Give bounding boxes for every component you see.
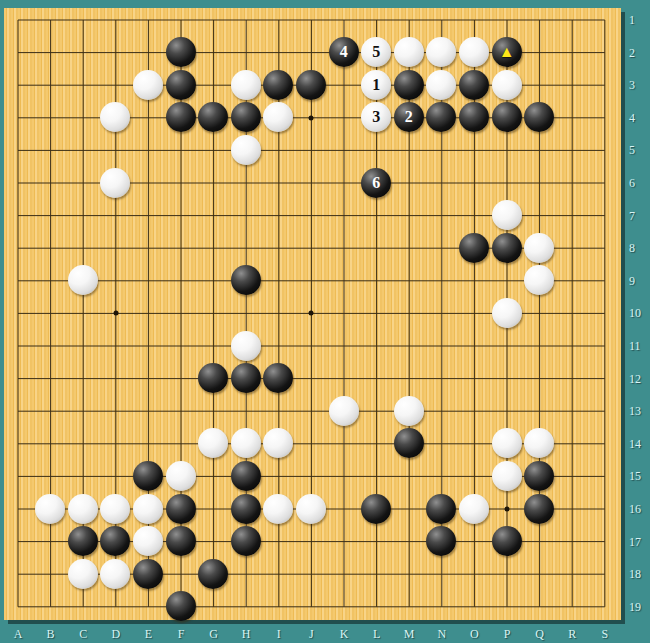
board-cell[interactable] — [523, 167, 556, 200]
board-cell[interactable] — [491, 232, 524, 265]
board-cell[interactable] — [262, 4, 295, 37]
board-cell[interactable] — [165, 330, 198, 363]
board-cell[interactable] — [588, 330, 621, 363]
board-cell[interactable] — [132, 297, 165, 330]
board-cell[interactable] — [2, 330, 35, 363]
board-cell[interactable] — [491, 69, 524, 102]
board-cell[interactable] — [523, 460, 556, 493]
board-cell[interactable] — [556, 558, 589, 591]
board-cell[interactable] — [165, 395, 198, 428]
board-cell[interactable]: 1 — [360, 69, 393, 102]
board-cell[interactable] — [295, 460, 328, 493]
board-cell[interactable] — [67, 297, 100, 330]
board-cell[interactable] — [588, 4, 621, 37]
board-cell[interactable] — [425, 362, 458, 395]
board-cell[interactable] — [588, 493, 621, 526]
board-cell[interactable] — [360, 4, 393, 37]
board-cell[interactable] — [360, 330, 393, 363]
board-cell[interactable] — [328, 395, 361, 428]
board-cell[interactable] — [230, 590, 263, 623]
board-cell[interactable] — [393, 330, 426, 363]
board-cell[interactable] — [165, 427, 198, 460]
board-cell[interactable] — [262, 460, 295, 493]
board-cell[interactable] — [99, 167, 132, 200]
board-cell[interactable] — [523, 427, 556, 460]
board-cell[interactable] — [491, 460, 524, 493]
board-cell[interactable] — [197, 134, 230, 167]
board-cell[interactable] — [523, 134, 556, 167]
board-cell[interactable] — [295, 36, 328, 69]
board-cell[interactable] — [295, 69, 328, 102]
board-cell[interactable] — [393, 558, 426, 591]
board-cell[interactable] — [165, 101, 198, 134]
board-cell[interactable] — [328, 101, 361, 134]
board-cell[interactable] — [556, 101, 589, 134]
board-cell[interactable] — [67, 167, 100, 200]
board-cell[interactable] — [523, 101, 556, 134]
board-cell[interactable] — [328, 493, 361, 526]
board-cell[interactable] — [2, 199, 35, 232]
board-cell[interactable] — [197, 493, 230, 526]
board-cell[interactable] — [132, 36, 165, 69]
board-cell[interactable] — [262, 199, 295, 232]
board-cell[interactable] — [523, 232, 556, 265]
board-cell[interactable] — [197, 558, 230, 591]
board-cell[interactable] — [165, 362, 198, 395]
board-cell[interactable] — [458, 362, 491, 395]
board-cell[interactable] — [262, 101, 295, 134]
board-cell[interactable] — [132, 330, 165, 363]
board-cell[interactable] — [491, 134, 524, 167]
board-cell[interactable] — [262, 69, 295, 102]
board-cell[interactable] — [360, 427, 393, 460]
board-cell[interactable] — [556, 232, 589, 265]
board-cell[interactable] — [34, 525, 67, 558]
board-cell[interactable] — [458, 590, 491, 623]
board-cell[interactable] — [425, 36, 458, 69]
board-cell[interactable] — [295, 167, 328, 200]
board-cell[interactable] — [360, 395, 393, 428]
board-cell[interactable] — [132, 134, 165, 167]
board-cell[interactable] — [425, 4, 458, 37]
board-cell[interactable] — [34, 199, 67, 232]
board-cell[interactable] — [556, 590, 589, 623]
board-cell[interactable] — [393, 167, 426, 200]
board-cell[interactable] — [556, 297, 589, 330]
board-cell[interactable] — [230, 232, 263, 265]
board-cell[interactable] — [230, 101, 263, 134]
board-cell[interactable] — [165, 134, 198, 167]
board-cell[interactable] — [328, 167, 361, 200]
board-cell[interactable] — [295, 134, 328, 167]
board-cell[interactable] — [491, 590, 524, 623]
board-cell[interactable] — [34, 330, 67, 363]
board-cell[interactable] — [458, 525, 491, 558]
board-cell[interactable] — [360, 264, 393, 297]
board-cell[interactable] — [491, 558, 524, 591]
board-cell[interactable] — [197, 297, 230, 330]
board-cell[interactable] — [165, 264, 198, 297]
board-cell[interactable] — [34, 297, 67, 330]
board-cell[interactable] — [458, 330, 491, 363]
board-cell[interactable] — [295, 4, 328, 37]
board-cell[interactable] — [360, 493, 393, 526]
board-cell[interactable] — [328, 232, 361, 265]
board-cell[interactable] — [165, 232, 198, 265]
board-cell[interactable] — [360, 590, 393, 623]
board-cell[interactable] — [295, 525, 328, 558]
board-cell[interactable] — [67, 199, 100, 232]
board-cell[interactable] — [523, 264, 556, 297]
board-cell[interactable] — [34, 134, 67, 167]
board-cell[interactable]: 3 — [360, 101, 393, 134]
board-cell[interactable] — [34, 460, 67, 493]
board-cell[interactable] — [67, 101, 100, 134]
board-cell[interactable] — [425, 167, 458, 200]
board-cell[interactable] — [34, 558, 67, 591]
board-cell[interactable] — [556, 36, 589, 69]
board-cell[interactable] — [67, 362, 100, 395]
board-cell[interactable] — [491, 297, 524, 330]
board-cell[interactable] — [393, 36, 426, 69]
board-cell[interactable] — [230, 69, 263, 102]
board-cell[interactable] — [523, 4, 556, 37]
board-cell[interactable] — [262, 264, 295, 297]
board-cell[interactable] — [491, 264, 524, 297]
board-cell[interactable] — [458, 395, 491, 428]
board-cell[interactable] — [165, 525, 198, 558]
board-cell[interactable] — [262, 525, 295, 558]
board-cell[interactable] — [588, 264, 621, 297]
board-cell[interactable] — [556, 264, 589, 297]
board-cell[interactable] — [588, 395, 621, 428]
board-cell[interactable] — [34, 264, 67, 297]
board-cell[interactable] — [2, 264, 35, 297]
board-cell[interactable] — [230, 395, 263, 428]
board-cell[interactable] — [425, 297, 458, 330]
board-cell[interactable] — [425, 101, 458, 134]
board-cell[interactable] — [99, 36, 132, 69]
board-cell[interactable] — [262, 36, 295, 69]
board-cell[interactable] — [197, 199, 230, 232]
board-cell[interactable] — [2, 525, 35, 558]
board-cell[interactable] — [2, 167, 35, 200]
board-cell[interactable] — [99, 493, 132, 526]
board-cell[interactable] — [295, 297, 328, 330]
board-cell[interactable] — [99, 264, 132, 297]
board-cell[interactable] — [230, 330, 263, 363]
board-cell[interactable] — [458, 101, 491, 134]
board-cell[interactable] — [393, 264, 426, 297]
board-cell[interactable] — [230, 493, 263, 526]
board-cell[interactable] — [165, 460, 198, 493]
board-cell[interactable] — [393, 297, 426, 330]
board-cell[interactable] — [588, 36, 621, 69]
board-cell[interactable] — [2, 134, 35, 167]
board-cell[interactable] — [2, 232, 35, 265]
board-cell[interactable] — [588, 199, 621, 232]
board-cell[interactable] — [360, 134, 393, 167]
board-cell[interactable] — [556, 460, 589, 493]
board-cell[interactable] — [2, 493, 35, 526]
board-cell[interactable] — [165, 199, 198, 232]
board-cell[interactable] — [491, 525, 524, 558]
board-cell[interactable] — [132, 199, 165, 232]
board-cell[interactable] — [295, 330, 328, 363]
board-cell[interactable] — [360, 199, 393, 232]
board-cell[interactable] — [328, 199, 361, 232]
board-cell[interactable] — [556, 134, 589, 167]
board-cell[interactable] — [197, 460, 230, 493]
board-cell[interactable] — [34, 427, 67, 460]
board-cell[interactable] — [458, 167, 491, 200]
board-cell[interactable] — [165, 69, 198, 102]
board-cell[interactable] — [393, 493, 426, 526]
board-cell[interactable] — [67, 330, 100, 363]
board-cell[interactable] — [458, 297, 491, 330]
board-cell[interactable] — [2, 395, 35, 428]
board-cell[interactable] — [67, 395, 100, 428]
board-cell[interactable] — [458, 36, 491, 69]
board-cell[interactable] — [165, 167, 198, 200]
board-cell[interactable] — [360, 525, 393, 558]
board-cell[interactable] — [230, 362, 263, 395]
board-cell[interactable] — [328, 69, 361, 102]
board-cell[interactable] — [132, 395, 165, 428]
board-cell[interactable] — [393, 199, 426, 232]
board-cell[interactable] — [99, 558, 132, 591]
board-cell[interactable] — [165, 36, 198, 69]
board-cell[interactable] — [165, 4, 198, 37]
board-cell[interactable] — [393, 460, 426, 493]
board-cell[interactable] — [165, 297, 198, 330]
board-cell[interactable] — [132, 590, 165, 623]
board-cell[interactable] — [523, 199, 556, 232]
board-cell[interactable] — [197, 427, 230, 460]
board-cell[interactable] — [230, 4, 263, 37]
board-cell[interactable] — [197, 590, 230, 623]
board-cell[interactable] — [393, 69, 426, 102]
board-cell[interactable] — [458, 69, 491, 102]
board-cell[interactable] — [523, 69, 556, 102]
board-cell[interactable] — [99, 590, 132, 623]
board-cell[interactable] — [230, 460, 263, 493]
board-cell[interactable] — [425, 395, 458, 428]
board-cell[interactable] — [360, 232, 393, 265]
board-cell[interactable] — [67, 36, 100, 69]
board-cell[interactable] — [523, 36, 556, 69]
board-cell[interactable] — [458, 4, 491, 37]
board-cell[interactable] — [295, 427, 328, 460]
board-cell[interactable] — [491, 362, 524, 395]
board-cell[interactable] — [230, 134, 263, 167]
board-cell[interactable] — [425, 199, 458, 232]
board-cell[interactable] — [2, 460, 35, 493]
board-cell[interactable] — [393, 427, 426, 460]
board-cell[interactable] — [2, 558, 35, 591]
board-cell[interactable] — [458, 134, 491, 167]
board-cell[interactable] — [491, 427, 524, 460]
board-cell[interactable] — [262, 590, 295, 623]
board-cell[interactable] — [458, 427, 491, 460]
board-cell[interactable] — [458, 264, 491, 297]
board-cell[interactable] — [556, 493, 589, 526]
board-cell[interactable] — [197, 362, 230, 395]
board-cell[interactable]: 6 — [360, 167, 393, 200]
board-cell[interactable] — [132, 493, 165, 526]
board-cell[interactable] — [425, 264, 458, 297]
board-cell[interactable] — [132, 69, 165, 102]
board-cell[interactable] — [165, 558, 198, 591]
board-cell[interactable] — [132, 427, 165, 460]
board-cell[interactable] — [588, 101, 621, 134]
board-cell[interactable] — [425, 330, 458, 363]
board-cell[interactable] — [491, 101, 524, 134]
board-cell[interactable] — [99, 199, 132, 232]
board-cell[interactable] — [99, 330, 132, 363]
board-cell[interactable] — [34, 232, 67, 265]
board-cell[interactable] — [393, 525, 426, 558]
board-cell[interactable]: ▲ — [491, 36, 524, 69]
board-cell[interactable] — [328, 362, 361, 395]
board-cell[interactable] — [165, 590, 198, 623]
board-cell[interactable] — [588, 590, 621, 623]
board-cell[interactable] — [34, 167, 67, 200]
board-cell[interactable] — [230, 427, 263, 460]
board-cell[interactable] — [425, 558, 458, 591]
board-cell[interactable] — [295, 362, 328, 395]
board-cell[interactable] — [491, 330, 524, 363]
board-cell[interactable] — [67, 4, 100, 37]
board-cell[interactable] — [556, 167, 589, 200]
board-cell[interactable] — [523, 362, 556, 395]
board-cell[interactable] — [588, 460, 621, 493]
board-cell[interactable] — [295, 101, 328, 134]
board-cell[interactable] — [393, 4, 426, 37]
board-cell[interactable] — [523, 330, 556, 363]
board-cell[interactable] — [328, 297, 361, 330]
board-cell[interactable] — [67, 427, 100, 460]
board-cell[interactable] — [588, 232, 621, 265]
board-cell[interactable] — [99, 134, 132, 167]
board-cell[interactable] — [67, 590, 100, 623]
board-cell[interactable] — [197, 395, 230, 428]
board-cell[interactable] — [458, 232, 491, 265]
board-cell[interactable] — [556, 427, 589, 460]
board-cell[interactable] — [491, 199, 524, 232]
board-cell[interactable] — [2, 36, 35, 69]
board-cell[interactable] — [588, 69, 621, 102]
board-cell[interactable] — [588, 558, 621, 591]
board-cell[interactable] — [132, 460, 165, 493]
board-cell[interactable] — [360, 558, 393, 591]
board-cell[interactable] — [588, 167, 621, 200]
board-cell[interactable] — [393, 362, 426, 395]
board-cell[interactable] — [99, 362, 132, 395]
board-cell[interactable] — [67, 493, 100, 526]
board-cell[interactable] — [132, 101, 165, 134]
board-cell[interactable] — [425, 460, 458, 493]
board-cell[interactable] — [197, 525, 230, 558]
board-cell[interactable] — [197, 69, 230, 102]
board-cell[interactable] — [262, 167, 295, 200]
board-cell[interactable] — [588, 362, 621, 395]
board-cell[interactable] — [523, 590, 556, 623]
board-cell[interactable] — [262, 395, 295, 428]
board-cell[interactable] — [99, 101, 132, 134]
board-cell[interactable] — [588, 525, 621, 558]
board-cell[interactable] — [491, 395, 524, 428]
board-cell[interactable] — [425, 525, 458, 558]
board-cell[interactable] — [132, 362, 165, 395]
board-cell[interactable] — [556, 199, 589, 232]
board-cell[interactable] — [523, 525, 556, 558]
board-cell[interactable] — [556, 69, 589, 102]
board-cell[interactable] — [99, 395, 132, 428]
board-cell[interactable] — [34, 101, 67, 134]
board-cell[interactable] — [165, 493, 198, 526]
board-cell[interactable] — [523, 558, 556, 591]
board-cell[interactable] — [67, 232, 100, 265]
board-cell[interactable] — [132, 558, 165, 591]
board-cell[interactable] — [328, 590, 361, 623]
board-cell[interactable] — [393, 134, 426, 167]
board-cell[interactable] — [556, 4, 589, 37]
board-cell[interactable] — [491, 4, 524, 37]
board-cell[interactable] — [295, 558, 328, 591]
board-cell[interactable] — [328, 525, 361, 558]
board-cell[interactable] — [230, 297, 263, 330]
board-cell[interactable] — [425, 232, 458, 265]
board-cell[interactable] — [360, 362, 393, 395]
board-cell[interactable] — [67, 134, 100, 167]
board-cell[interactable] — [2, 427, 35, 460]
board-cell[interactable] — [295, 493, 328, 526]
board-cell[interactable] — [2, 590, 35, 623]
board-cell[interactable] — [197, 232, 230, 265]
board-cell[interactable] — [99, 427, 132, 460]
board-cell[interactable] — [262, 427, 295, 460]
board-cell[interactable] — [34, 590, 67, 623]
board-cell[interactable] — [295, 590, 328, 623]
board-cell[interactable] — [99, 297, 132, 330]
board-cell[interactable] — [197, 4, 230, 37]
board-cell[interactable] — [34, 4, 67, 37]
board-cell[interactable] — [458, 460, 491, 493]
board-cell[interactable] — [132, 232, 165, 265]
board-cell[interactable] — [425, 134, 458, 167]
board-cell[interactable] — [328, 558, 361, 591]
board-cell[interactable] — [588, 427, 621, 460]
board-cell[interactable] — [197, 330, 230, 363]
board-cell[interactable] — [2, 69, 35, 102]
board-cell[interactable]: 2 — [393, 101, 426, 134]
board-cell[interactable] — [458, 199, 491, 232]
board-cell[interactable] — [67, 525, 100, 558]
board-cell[interactable] — [328, 460, 361, 493]
board-cell[interactable] — [491, 167, 524, 200]
board-cell[interactable] — [393, 232, 426, 265]
board-cell[interactable] — [2, 101, 35, 134]
board-cell[interactable] — [491, 493, 524, 526]
board-cell[interactable]: 5 — [360, 36, 393, 69]
board-cell[interactable] — [230, 167, 263, 200]
board-cell[interactable] — [295, 199, 328, 232]
board-cell[interactable] — [262, 330, 295, 363]
board-cell[interactable] — [2, 4, 35, 37]
board-cell[interactable] — [132, 525, 165, 558]
board-cell[interactable] — [67, 558, 100, 591]
